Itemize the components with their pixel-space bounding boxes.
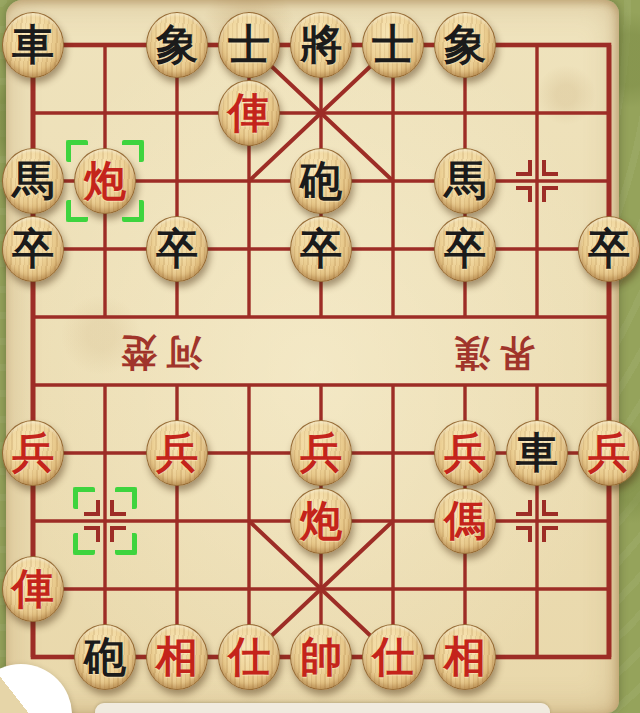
black-elephant-glyph: 象 <box>156 24 198 66</box>
black-horse-glyph: 馬 <box>444 160 486 202</box>
piece-black-chariot[interactable]: 車 <box>2 12 64 78</box>
piece-red-cannon[interactable]: 炮 <box>74 148 136 214</box>
piece-red-elephant[interactable]: 相 <box>146 624 208 690</box>
board-grid[interactable] <box>0 0 640 713</box>
piece-red-advisor[interactable]: 仕 <box>218 624 280 690</box>
piece-black-soldier[interactable]: 卒 <box>434 216 496 282</box>
black-chariot-glyph: 車 <box>12 24 54 66</box>
piece-red-general[interactable]: 帥 <box>290 624 352 690</box>
black-advisor-glyph: 士 <box>372 24 414 66</box>
black-soldier-glyph: 卒 <box>300 228 342 270</box>
piece-red-horse[interactable]: 傌 <box>434 488 496 554</box>
red-horse-glyph: 傌 <box>444 500 486 542</box>
piece-red-elephant[interactable]: 相 <box>434 624 496 690</box>
black-soldier-glyph: 卒 <box>156 228 198 270</box>
river-label-right: 漢界 <box>445 328 535 377</box>
xiangqi-app: 楚河 漢界 車象士將士象俥馬炮砲馬卒卒卒卒卒兵兵兵兵車兵炮傌俥砲相仕帥仕相 <box>0 0 640 713</box>
piece-black-cannon[interactable]: 砲 <box>290 148 352 214</box>
black-cannon-glyph: 砲 <box>84 636 126 678</box>
piece-black-soldier[interactable]: 卒 <box>2 216 64 282</box>
piece-black-advisor[interactable]: 士 <box>362 12 424 78</box>
piece-red-chariot[interactable]: 俥 <box>2 556 64 622</box>
piece-red-soldier[interactable]: 兵 <box>434 420 496 486</box>
black-soldier-glyph: 卒 <box>12 228 54 270</box>
red-soldier-glyph: 兵 <box>300 432 342 474</box>
red-elephant-glyph: 相 <box>444 636 486 678</box>
piece-black-chariot[interactable]: 車 <box>506 420 568 486</box>
piece-black-advisor[interactable]: 士 <box>218 12 280 78</box>
red-soldier-glyph: 兵 <box>444 432 486 474</box>
red-advisor-glyph: 仕 <box>372 636 414 678</box>
piece-red-soldier[interactable]: 兵 <box>290 420 352 486</box>
red-general-glyph: 帥 <box>300 636 342 678</box>
piece-black-cannon[interactable]: 砲 <box>74 624 136 690</box>
red-chariot-glyph: 俥 <box>12 568 54 610</box>
black-advisor-glyph: 士 <box>228 24 270 66</box>
piece-black-soldier[interactable]: 卒 <box>290 216 352 282</box>
black-cannon-glyph: 砲 <box>300 160 342 202</box>
red-soldier-glyph: 兵 <box>12 432 54 474</box>
red-chariot-glyph: 俥 <box>228 92 270 134</box>
piece-red-cannon[interactable]: 炮 <box>290 488 352 554</box>
piece-black-elephant[interactable]: 象 <box>434 12 496 78</box>
red-soldier-glyph: 兵 <box>588 432 630 474</box>
piece-red-soldier[interactable]: 兵 <box>578 420 640 486</box>
piece-red-chariot[interactable]: 俥 <box>218 80 280 146</box>
black-horse-glyph: 馬 <box>12 160 54 202</box>
piece-red-soldier[interactable]: 兵 <box>146 420 208 486</box>
piece-black-elephant[interactable]: 象 <box>146 12 208 78</box>
black-chariot-glyph: 車 <box>516 432 558 474</box>
red-advisor-glyph: 仕 <box>228 636 270 678</box>
river-label-left: 楚河 <box>112 328 202 377</box>
piece-black-soldier[interactable]: 卒 <box>578 216 640 282</box>
red-cannon-glyph: 炮 <box>84 160 126 202</box>
black-soldier-glyph: 卒 <box>444 228 486 270</box>
bottom-sheet-handle <box>95 703 550 713</box>
piece-black-general[interactable]: 將 <box>290 12 352 78</box>
piece-black-horse[interactable]: 馬 <box>2 148 64 214</box>
piece-black-horse[interactable]: 馬 <box>434 148 496 214</box>
black-general-glyph: 將 <box>300 24 342 66</box>
red-elephant-glyph: 相 <box>156 636 198 678</box>
piece-red-advisor[interactable]: 仕 <box>362 624 424 690</box>
piece-red-soldier[interactable]: 兵 <box>2 420 64 486</box>
red-soldier-glyph: 兵 <box>156 432 198 474</box>
red-cannon-glyph: 炮 <box>300 500 342 542</box>
black-elephant-glyph: 象 <box>444 24 486 66</box>
piece-black-soldier[interactable]: 卒 <box>146 216 208 282</box>
black-soldier-glyph: 卒 <box>588 228 630 270</box>
